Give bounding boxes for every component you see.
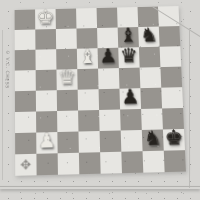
square-h8[interactable] — [158, 6, 179, 26]
chess-board: ♚♝♞♝♟♛♛♟♟♞♚✥ — [15, 6, 186, 176]
square-b7[interactable] — [35, 29, 56, 50]
square-a4[interactable] — [15, 91, 36, 112]
square-c8[interactable] — [56, 9, 77, 29]
square-c2[interactable] — [57, 132, 79, 154]
square-d8[interactable] — [76, 8, 97, 28]
square-e6[interactable]: ♟ — [98, 48, 119, 69]
square-b2[interactable]: ♟ — [36, 132, 57, 154]
square-d3[interactable] — [78, 110, 100, 132]
white-king[interactable]: ♚ — [35, 7, 56, 27]
square-g2[interactable]: ♞ — [142, 129, 164, 151]
square-e3[interactable] — [99, 109, 121, 131]
square-e2[interactable] — [100, 130, 122, 152]
black-knight[interactable]: ♞ — [142, 127, 164, 149]
mat-edge-right — [189, 28, 192, 188]
square-a7[interactable] — [15, 29, 36, 50]
corner-ornament: ✥ — [15, 154, 36, 176]
square-d2[interactable] — [78, 131, 100, 153]
black-knight[interactable]: ♞ — [138, 25, 159, 46]
square-e5[interactable] — [98, 68, 119, 89]
square-b5[interactable] — [36, 70, 57, 91]
square-b6[interactable] — [35, 49, 56, 70]
square-e8[interactable] — [97, 8, 118, 28]
square-f6[interactable]: ♛ — [118, 47, 139, 68]
square-d6[interactable]: ♝ — [77, 48, 98, 69]
square-b4[interactable] — [36, 90, 57, 111]
square-c3[interactable] — [57, 110, 78, 132]
square-f3[interactable] — [120, 109, 142, 131]
black-queen[interactable]: ♛ — [118, 45, 139, 66]
square-b8[interactable]: ♚ — [35, 9, 56, 29]
square-h1[interactable] — [164, 150, 186, 172]
square-a6[interactable] — [15, 50, 36, 71]
square-h2[interactable]: ♚ — [163, 129, 185, 151]
square-g6[interactable] — [139, 47, 160, 68]
square-g5[interactable] — [140, 67, 162, 88]
square-h7[interactable] — [159, 26, 180, 47]
square-a5[interactable] — [15, 70, 36, 91]
square-g7[interactable]: ♞ — [138, 27, 159, 48]
black-pawn[interactable]: ♟ — [98, 46, 119, 67]
square-a1[interactable]: ✥ — [15, 154, 36, 176]
square-h5[interactable] — [160, 67, 182, 88]
square-h4[interactable] — [161, 87, 183, 108]
square-c7[interactable] — [56, 29, 77, 50]
white-bishop[interactable]: ♝ — [77, 46, 98, 67]
black-pawn[interactable]: ♟ — [119, 86, 141, 107]
square-g4[interactable] — [140, 88, 162, 109]
square-a3[interactable] — [15, 112, 36, 134]
black-king[interactable]: ♚ — [163, 127, 185, 149]
square-a2[interactable] — [15, 133, 36, 155]
square-f4[interactable]: ♟ — [119, 88, 141, 109]
white-queen[interactable]: ♛ — [56, 67, 77, 88]
square-f2[interactable] — [121, 130, 143, 152]
square-d4[interactable] — [78, 89, 99, 110]
square-g1[interactable] — [143, 151, 165, 173]
square-h6[interactable] — [160, 46, 182, 67]
square-c4[interactable] — [57, 90, 78, 111]
chessboard-photo: ♚♝♞♝♟♛♛♟♟♞♚✥ © V.C. CHESS — [0, 0, 200, 200]
mat-edge-left — [2, 30, 4, 180]
square-b1[interactable] — [36, 153, 58, 175]
white-pawn[interactable]: ♟ — [36, 130, 57, 152]
square-e1[interactable] — [100, 152, 122, 174]
square-d1[interactable] — [79, 152, 101, 174]
square-e4[interactable] — [99, 89, 121, 110]
square-a8[interactable] — [15, 10, 36, 30]
square-f1[interactable] — [121, 151, 143, 173]
square-c1[interactable] — [58, 153, 80, 175]
square-c5[interactable]: ♛ — [56, 69, 77, 90]
board-brand-label: © V.C. CHESS — [5, 50, 11, 89]
square-d5[interactable] — [77, 69, 98, 90]
board-perspective-wrapper: ♚♝♞♝♟♛♛♟♟♞♚✥ — [15, 6, 186, 178]
mat-edge-bottom — [0, 186, 200, 189]
